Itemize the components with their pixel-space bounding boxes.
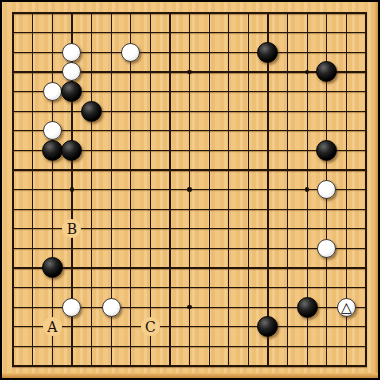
stone-black bbox=[257, 42, 278, 63]
stone-black bbox=[81, 101, 102, 122]
stone-white bbox=[317, 239, 336, 258]
point-label-a[interactable]: A bbox=[43, 317, 62, 336]
go-board[interactable]: △ABC bbox=[0, 0, 380, 380]
stone-black bbox=[42, 257, 63, 278]
stone-black bbox=[61, 81, 82, 102]
point-label-text: B bbox=[67, 221, 77, 235]
stone-white bbox=[62, 62, 81, 81]
stone-white bbox=[43, 82, 62, 101]
point-label-text: A bbox=[47, 319, 57, 333]
stones-grid: △ABC bbox=[3, 3, 375, 375]
stone-black bbox=[316, 61, 337, 82]
stone-white bbox=[43, 121, 62, 140]
stone-black bbox=[297, 297, 318, 318]
stone-white bbox=[121, 43, 140, 62]
stone-white bbox=[62, 298, 81, 317]
stone-black bbox=[316, 140, 337, 161]
stone-white: △ bbox=[337, 298, 356, 317]
triangle-mark-icon: △ bbox=[341, 300, 352, 314]
stone-black bbox=[257, 316, 278, 337]
stone-white bbox=[317, 180, 336, 199]
point-label-b[interactable]: B bbox=[62, 219, 81, 238]
point-label-text: C bbox=[145, 319, 156, 333]
stone-black bbox=[42, 140, 63, 161]
stone-white bbox=[102, 298, 121, 317]
stone-black bbox=[61, 140, 82, 161]
point-label-c[interactable]: C bbox=[141, 317, 160, 336]
stone-white bbox=[62, 43, 81, 62]
